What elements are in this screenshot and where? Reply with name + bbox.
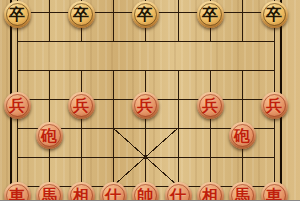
piece-black-soldier[interactable]: 卒 — [261, 1, 288, 28]
piece-black-soldier[interactable]: 卒 — [197, 1, 224, 28]
piece-red-cannon[interactable]: 砲 — [36, 122, 63, 149]
piece-black-soldier[interactable]: 卒 — [132, 1, 159, 28]
piece-red-soldier[interactable]: 兵 — [132, 92, 159, 119]
piece-character: 卒 — [137, 1, 153, 28]
piece-character: 砲 — [41, 122, 57, 149]
piece-character: 兵 — [9, 92, 25, 119]
piece-character: 砲 — [234, 122, 250, 149]
piece-character: 帥 — [137, 182, 153, 201]
piece-red-soldier[interactable]: 兵 — [197, 92, 224, 119]
piece-red-soldier[interactable]: 兵 — [261, 92, 288, 119]
piece-character: 卒 — [9, 1, 25, 28]
piece-character: 仕 — [105, 182, 121, 201]
piece-character: 馬 — [234, 182, 250, 201]
piece-red-soldier[interactable]: 兵 — [68, 92, 95, 119]
piece-character: 卒 — [73, 1, 89, 28]
piece-character: 兵 — [73, 92, 89, 119]
piece-character: 仕 — [170, 182, 186, 201]
piece-red-soldier[interactable]: 兵 — [4, 92, 31, 119]
piece-character: 馬 — [41, 182, 57, 201]
piece-character: 兵 — [202, 92, 218, 119]
piece-character: 車 — [266, 182, 282, 201]
piece-red-cannon[interactable]: 砲 — [229, 122, 256, 149]
piece-character: 相 — [202, 182, 218, 201]
piece-character: 兵 — [137, 92, 153, 119]
piece-black-soldier[interactable]: 卒 — [68, 1, 95, 28]
xiangqi-board[interactable]: 卒卒卒卒卒兵兵兵兵兵砲砲車馬相仕帥仕相馬車 — [0, 0, 300, 200]
piece-black-soldier[interactable]: 卒 — [4, 1, 31, 28]
piece-character: 卒 — [266, 1, 282, 28]
piece-character: 車 — [9, 182, 25, 201]
piece-character: 卒 — [202, 1, 218, 28]
piece-character: 兵 — [266, 92, 282, 119]
piece-character: 相 — [73, 182, 89, 201]
